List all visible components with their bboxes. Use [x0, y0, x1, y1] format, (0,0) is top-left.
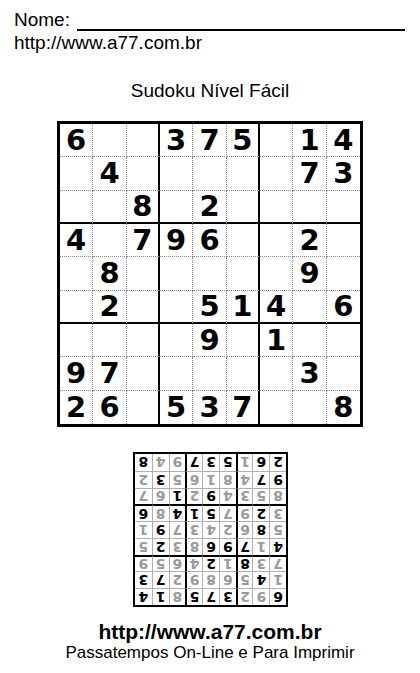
cell-r2c6[interactable]: [227, 157, 260, 190]
solution-cell-r4c5: 6: [202, 538, 219, 555]
solution-cell-r8c3: 4: [235, 471, 252, 488]
solution-cell-r7c3: 3: [235, 488, 252, 505]
cell-r5c7[interactable]: [260, 257, 293, 290]
solution-cell-r1c1: 6: [269, 588, 286, 605]
solution-cell-r6c3: 9: [235, 504, 252, 521]
cell-r3c6[interactable]: [227, 191, 260, 224]
cell-r5c1[interactable]: [60, 257, 93, 290]
solution-cell-r4c6: 8: [185, 538, 202, 555]
solution-cell-r3c1: 7: [269, 555, 286, 572]
cell-r3c9[interactable]: [327, 191, 360, 224]
solution-cell-r2c3: 5: [235, 571, 252, 588]
cell-r9c5[interactable]: 3: [193, 391, 226, 424]
cell-r1c5[interactable]: 7: [193, 124, 226, 157]
cell-r8c9[interactable]: [327, 357, 360, 390]
cell-r5c4[interactable]: [160, 257, 193, 290]
cell-r7c5[interactable]: 9: [193, 324, 226, 357]
solution-cell-r9c2: 6: [252, 454, 269, 471]
cell-r2c9[interactable]: 3: [327, 157, 360, 190]
solution-cell-r6c6: 1: [185, 504, 202, 521]
solution-cell-r3c2: 3: [252, 555, 269, 572]
cell-r6c4[interactable]: [160, 291, 193, 324]
solution-cell-r1c8: 1: [151, 588, 168, 605]
solution-cell-r2c2: 4: [252, 571, 269, 588]
cell-r9c4[interactable]: 5: [160, 391, 193, 424]
cell-r8c3[interactable]: [127, 357, 160, 390]
solution-cell-r9c5: 3: [202, 454, 219, 471]
solution-cell-r4c8: 2: [151, 538, 168, 555]
cell-r1c6[interactable]: 5: [227, 124, 260, 157]
solution-cell-r9c7: 9: [168, 454, 185, 471]
name-label: Nome:: [14, 9, 70, 31]
solution-cell-r3c3: 8: [235, 555, 252, 572]
cell-r5c5[interactable]: [193, 257, 226, 290]
solution-cell-r8c2: 7: [252, 471, 269, 488]
cell-r9c9[interactable]: 8: [327, 391, 360, 424]
solution-cell-r9c9: 8: [135, 454, 152, 471]
solution-cell-r5c6: 3: [185, 521, 202, 538]
cell-r9c6[interactable]: 7: [227, 391, 260, 424]
solution-cell-r3c4: 1: [218, 555, 235, 572]
solution-cell-r4c2: 1: [252, 538, 269, 555]
cell-r6c1[interactable]: [60, 291, 93, 324]
solution-cell-r8c9: 2: [135, 471, 152, 488]
solution-cell-r9c3: 1: [235, 454, 252, 471]
cell-r7c4[interactable]: [160, 324, 193, 357]
solution-cell-r9c1: 2: [269, 454, 286, 471]
cell-r1c9[interactable]: 4: [327, 124, 360, 157]
solution-cell-r2c5: 8: [202, 571, 219, 588]
cell-r7c8[interactable]: [293, 324, 326, 357]
cell-r1c8[interactable]: 1: [293, 124, 326, 157]
cell-r7c3[interactable]: [127, 324, 160, 357]
solution-cell-r9c6: 7: [185, 454, 202, 471]
cell-r4c7[interactable]: [260, 224, 293, 257]
cell-r1c1[interactable]: 6: [60, 124, 93, 157]
solution-cell-r4c9: 5: [135, 538, 152, 555]
solution-cell-r6c5: 5: [202, 504, 219, 521]
solution-cell-r8c4: 8: [218, 471, 235, 488]
solution-cell-r6c8: 8: [151, 504, 168, 521]
cell-r3c1[interactable]: [60, 191, 93, 224]
cell-r8c4[interactable]: [160, 357, 193, 390]
cell-r4c8[interactable]: 2: [293, 224, 326, 257]
solution-cell-r7c4: 4: [218, 488, 235, 505]
cell-r8c2[interactable]: 7: [93, 357, 126, 390]
solution-cell-r2c7: 2: [168, 571, 185, 588]
solution-cell-r4c7: 3: [168, 538, 185, 555]
solution-cell-r5c1: 5: [269, 521, 286, 538]
solution-cell-r6c2: 2: [252, 504, 269, 521]
cell-r6c8[interactable]: [293, 291, 326, 324]
solution-cell-r5c9: 1: [135, 521, 152, 538]
solution-cell-r3c8: 5: [151, 555, 168, 572]
cell-r7c6[interactable]: [227, 324, 260, 357]
cell-r8c5[interactable]: [193, 357, 226, 390]
sudoku-solution-board: 6923758141456892737381246594179683255862…: [133, 452, 288, 607]
solution-cell-r1c5: 7: [202, 588, 219, 605]
cell-r6c6[interactable]: 1: [227, 291, 260, 324]
solution-cell-r6c9: 6: [135, 504, 152, 521]
cell-r4c3[interactable]: 7: [127, 224, 160, 257]
page-footer: http://www.a77.com.br Passatempos On-Lin…: [0, 620, 420, 663]
cell-r4c6[interactable]: [227, 224, 260, 257]
footer-site-url: http://www.a77.com.br: [0, 620, 420, 643]
cell-r5c6[interactable]: [227, 257, 260, 290]
cell-r3c2[interactable]: [93, 191, 126, 224]
solution-cell-r6c7: 4: [168, 504, 185, 521]
solution-cell-r3c5: 2: [202, 555, 219, 572]
cell-r1c3[interactable]: [127, 124, 160, 157]
cell-r2c7[interactable]: [260, 157, 293, 190]
solution-cell-r2c8: 7: [151, 571, 168, 588]
solution-cell-r5c5: 4: [202, 521, 219, 538]
solution-cell-r8c1: 9: [269, 471, 286, 488]
cell-r3c5[interactable]: 2: [193, 191, 226, 224]
cell-r9c8[interactable]: [293, 391, 326, 424]
cell-r3c4[interactable]: [160, 191, 193, 224]
cell-r7c2[interactable]: [93, 324, 126, 357]
solution-cell-r1c6: 5: [185, 588, 202, 605]
cell-r1c4[interactable]: 3: [160, 124, 193, 157]
solution-cell-r2c4: 6: [218, 571, 235, 588]
solution-cell-r1c9: 4: [135, 588, 152, 605]
solution-cell-r8c8: 3: [151, 471, 168, 488]
header-site-url: http://www.a77.com.br: [14, 32, 405, 53]
solution-cell-r1c4: 3: [218, 588, 235, 605]
cell-r5c3[interactable]: [127, 257, 160, 290]
cell-r7c9[interactable]: [327, 324, 360, 357]
solution-cell-r4c3: 7: [235, 538, 252, 555]
solution-cell-r6c4: 7: [218, 504, 235, 521]
solution-cell-r7c2: 5: [252, 488, 269, 505]
solution-cell-r7c6: 2: [185, 488, 202, 505]
solution-cell-r7c8: 6: [151, 488, 168, 505]
solution-cell-r8c6: 6: [185, 471, 202, 488]
solution-cell-r9c4: 5: [218, 454, 235, 471]
solution-cell-r7c5: 9: [202, 488, 219, 505]
cell-r6c9[interactable]: 6: [327, 291, 360, 324]
solution-cell-r1c2: 9: [252, 588, 269, 605]
solution-cell-r7c7: 1: [168, 488, 185, 505]
cell-r2c2[interactable]: 4: [93, 157, 126, 190]
cell-r2c8[interactable]: 7: [293, 157, 326, 190]
cell-r7c1[interactable]: [60, 324, 93, 357]
cell-r2c5[interactable]: [193, 157, 226, 190]
cell-r1c2[interactable]: [93, 124, 126, 157]
cell-r8c7[interactable]: [260, 357, 293, 390]
solution-cell-r8c7: 5: [168, 471, 185, 488]
cell-r9c1[interactable]: 2: [60, 391, 93, 424]
cell-r3c8[interactable]: [293, 191, 326, 224]
solution-cell-r4c4: 9: [218, 538, 235, 555]
puzzle-title: Sudoku Nível Fácil: [0, 80, 420, 102]
solution-cell-r7c1: 8: [269, 488, 286, 505]
solution-cell-r2c6: 9: [185, 571, 202, 588]
solution-cell-r3c9: 9: [135, 555, 152, 572]
cell-r6c5[interactable]: 5: [193, 291, 226, 324]
cell-r9c3[interactable]: [127, 391, 160, 424]
cell-r8c1[interactable]: 9: [60, 357, 93, 390]
solution-cell-r5c4: 2: [218, 521, 235, 538]
solution-cell-r7c9: 7: [135, 488, 152, 505]
cell-r6c2[interactable]: 2: [93, 291, 126, 324]
name-input-line[interactable]: [77, 9, 405, 31]
cell-r2c3[interactable]: [127, 157, 160, 190]
solution-cell-r5c7: 7: [168, 521, 185, 538]
cell-r2c4[interactable]: [160, 157, 193, 190]
solution-cell-r5c3: 6: [235, 521, 252, 538]
cell-r2c1[interactable]: [60, 157, 93, 190]
cell-r4c9[interactable]: [327, 224, 360, 257]
cell-r3c7[interactable]: [260, 191, 293, 224]
cell-r3c3[interactable]: 8: [127, 191, 160, 224]
cell-r1c7[interactable]: [260, 124, 293, 157]
page-header: Nome: http://www.a77.com.br: [0, 0, 420, 53]
solution-cell-r1c7: 8: [168, 588, 185, 605]
cell-r9c7[interactable]: [260, 391, 293, 424]
solution-cell-r1c3: 2: [235, 588, 252, 605]
solution-cell-r8c5: 1: [202, 471, 219, 488]
cell-r5c9[interactable]: [327, 257, 360, 290]
cell-r4c5[interactable]: 6: [193, 224, 226, 257]
solution-cell-r9c8: 4: [151, 454, 168, 471]
solution-cell-r6c1: 3: [269, 504, 286, 521]
solution-cell-r3c6: 4: [185, 555, 202, 572]
solution-cell-r5c8: 9: [151, 521, 168, 538]
solution-cell-r5c2: 8: [252, 521, 269, 538]
cell-r4c1[interactable]: 4: [60, 224, 93, 257]
solution-cell-r2c1: 1: [269, 571, 286, 588]
cell-r7c7[interactable]: 1: [260, 324, 293, 357]
solution-cell-r3c7: 6: [168, 555, 185, 572]
cell-r8c8[interactable]: 3: [293, 357, 326, 390]
cell-r5c2[interactable]: 8: [93, 257, 126, 290]
cell-r4c4[interactable]: 9: [160, 224, 193, 257]
cell-r9c2[interactable]: 6: [93, 391, 126, 424]
sudoku-board: 6375144738247962892514691973265378: [57, 121, 363, 427]
cell-r6c3[interactable]: [127, 291, 160, 324]
cell-r8c6[interactable]: [227, 357, 260, 390]
cell-r4c2[interactable]: [93, 224, 126, 257]
cell-r5c8[interactable]: 9: [293, 257, 326, 290]
solution-cell-r4c1: 4: [269, 538, 286, 555]
solution-cell-r2c9: 3: [135, 571, 152, 588]
cell-r6c7[interactable]: 4: [260, 291, 293, 324]
footer-tagline: Passatempos On-Line e Para Imprimir: [0, 643, 420, 663]
